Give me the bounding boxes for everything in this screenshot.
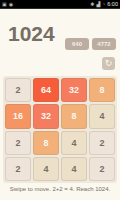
battery-icon: ◔ bbox=[102, 0, 105, 9]
game-title: 1024 bbox=[8, 22, 55, 46]
score-badge: 640 bbox=[65, 38, 89, 50]
tile-8: 8 bbox=[33, 131, 59, 155]
tile-32: 32 bbox=[33, 104, 59, 128]
tile-4: 4 bbox=[89, 104, 115, 128]
tile-32: 32 bbox=[61, 78, 87, 102]
restart-icon: ↻ bbox=[105, 57, 113, 70]
app-screen: ▣ ◉ ✱ ▟ ◔ 6:00 1024 640 4772 ↻ 264328163… bbox=[0, 0, 120, 200]
signal-icon: ▟ bbox=[96, 0, 100, 9]
status-left: ▣ ◉ bbox=[2, 0, 13, 9]
tile-16: 16 bbox=[5, 104, 31, 128]
tile-4: 4 bbox=[61, 157, 87, 181]
hint-text: Swipe to move. 2+2 = 4. Reach 1024. bbox=[0, 186, 120, 192]
alert-icon: ✱ bbox=[90, 0, 94, 9]
tile-2: 2 bbox=[5, 131, 31, 155]
score-badges: 640 4772 bbox=[65, 38, 116, 50]
restart-button[interactable]: ↻ bbox=[102, 57, 115, 70]
app-notification-icon: ◉ bbox=[9, 0, 13, 9]
clock-text: 6:00 bbox=[107, 0, 118, 9]
tile-2: 2 bbox=[5, 78, 31, 102]
status-bar: ▣ ◉ ✱ ▟ ◔ 6:00 bbox=[0, 0, 120, 9]
tile-4: 4 bbox=[61, 131, 87, 155]
tile-2: 2 bbox=[89, 131, 115, 155]
notification-icon: ▣ bbox=[2, 0, 7, 9]
tile-64: 64 bbox=[33, 78, 59, 102]
tile-8: 8 bbox=[61, 104, 87, 128]
tile-2: 2 bbox=[5, 157, 31, 181]
status-right: ✱ ▟ ◔ 6:00 bbox=[90, 0, 118, 9]
tile-2: 2 bbox=[89, 157, 115, 181]
board[interactable]: 26432816328428422442 bbox=[3, 76, 117, 183]
best-score-badge: 4772 bbox=[92, 38, 116, 50]
tile-4: 4 bbox=[33, 157, 59, 181]
tile-8: 8 bbox=[89, 78, 115, 102]
